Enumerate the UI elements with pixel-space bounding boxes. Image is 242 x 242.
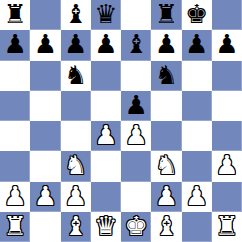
piece-black-rook: ♜ <box>155 1 178 27</box>
square-b1[interactable] <box>30 212 60 242</box>
square-h2[interactable] <box>212 182 242 212</box>
square-g7[interactable]: ♟ <box>182 30 212 60</box>
square-e2[interactable] <box>121 182 151 212</box>
square-b6[interactable] <box>30 61 60 91</box>
chess-board: ♜♝♛♜♚♟♟♟♟♝♟♟♟♞♞♟♟♟♞♞♟♟♟♟♟♟♜♝♛♚♝♜ <box>0 0 242 242</box>
square-c6[interactable]: ♞ <box>61 61 91 91</box>
square-e7[interactable]: ♝ <box>121 30 151 60</box>
square-h4[interactable] <box>212 121 242 151</box>
square-h5[interactable] <box>212 91 242 121</box>
square-d6[interactable] <box>91 61 121 91</box>
square-a2[interactable]: ♟ <box>0 182 30 212</box>
piece-white-pawn: ♟ <box>155 183 178 209</box>
piece-black-king: ♚ <box>185 1 208 27</box>
piece-black-pawn: ♟ <box>34 31 57 57</box>
piece-black-queen: ♛ <box>94 1 117 27</box>
piece-white-pawn: ♟ <box>34 183 57 209</box>
square-c2[interactable]: ♟ <box>61 182 91 212</box>
square-a6[interactable] <box>0 61 30 91</box>
square-a5[interactable] <box>0 91 30 121</box>
square-h7[interactable]: ♟ <box>212 30 242 60</box>
piece-black-pawn: ♟ <box>3 31 26 57</box>
square-b7[interactable]: ♟ <box>30 30 60 60</box>
piece-black-bishop: ♝ <box>124 31 147 57</box>
square-b8[interactable] <box>30 0 60 30</box>
square-c8[interactable]: ♝ <box>61 0 91 30</box>
square-b3[interactable] <box>30 151 60 181</box>
piece-white-pawn: ♟ <box>185 183 208 209</box>
square-g1[interactable] <box>182 212 212 242</box>
piece-white-pawn: ♟ <box>124 122 147 148</box>
square-f1[interactable]: ♝ <box>151 212 181 242</box>
square-a7[interactable]: ♟ <box>0 30 30 60</box>
piece-black-pawn: ♟ <box>155 31 178 57</box>
square-d5[interactable] <box>91 91 121 121</box>
piece-white-queen: ♛ <box>94 213 117 239</box>
square-b4[interactable] <box>30 121 60 151</box>
square-f6[interactable]: ♞ <box>151 61 181 91</box>
square-b2[interactable]: ♟ <box>30 182 60 212</box>
square-f8[interactable]: ♜ <box>151 0 181 30</box>
square-g3[interactable] <box>182 151 212 181</box>
square-a1[interactable]: ♜ <box>0 212 30 242</box>
square-e6[interactable] <box>121 61 151 91</box>
square-f2[interactable]: ♟ <box>151 182 181 212</box>
piece-black-bishop: ♝ <box>64 1 87 27</box>
square-h6[interactable] <box>212 61 242 91</box>
square-a8[interactable]: ♜ <box>0 0 30 30</box>
square-f7[interactable]: ♟ <box>151 30 181 60</box>
piece-white-knight: ♞ <box>155 152 178 178</box>
square-f5[interactable] <box>151 91 181 121</box>
square-g5[interactable] <box>182 91 212 121</box>
square-e3[interactable] <box>121 151 151 181</box>
piece-black-knight: ♞ <box>64 62 87 88</box>
square-g2[interactable]: ♟ <box>182 182 212 212</box>
square-f4[interactable] <box>151 121 181 151</box>
square-a4[interactable] <box>0 121 30 151</box>
square-f3[interactable]: ♞ <box>151 151 181 181</box>
piece-white-rook: ♜ <box>3 213 26 239</box>
piece-white-pawn: ♟ <box>215 152 238 178</box>
square-d2[interactable] <box>91 182 121 212</box>
square-e5[interactable]: ♟ <box>121 91 151 121</box>
square-g8[interactable]: ♚ <box>182 0 212 30</box>
piece-white-pawn: ♟ <box>94 122 117 148</box>
square-c7[interactable]: ♟ <box>61 30 91 60</box>
square-c5[interactable] <box>61 91 91 121</box>
square-h3[interactable]: ♟ <box>212 151 242 181</box>
piece-black-pawn: ♟ <box>64 31 87 57</box>
piece-white-pawn: ♟ <box>3 183 26 209</box>
square-e1[interactable]: ♚ <box>121 212 151 242</box>
piece-white-rook: ♜ <box>215 213 238 239</box>
square-d7[interactable]: ♟ <box>91 30 121 60</box>
piece-black-pawn: ♟ <box>215 31 238 57</box>
square-d1[interactable]: ♛ <box>91 212 121 242</box>
piece-white-king: ♚ <box>124 213 147 239</box>
square-g4[interactable] <box>182 121 212 151</box>
square-d8[interactable]: ♛ <box>91 0 121 30</box>
piece-black-knight: ♞ <box>155 62 178 88</box>
square-b5[interactable] <box>30 91 60 121</box>
square-h1[interactable]: ♜ <box>212 212 242 242</box>
square-g6[interactable] <box>182 61 212 91</box>
piece-black-pawn: ♟ <box>185 31 208 57</box>
piece-black-pawn: ♟ <box>94 31 117 57</box>
square-d3[interactable] <box>91 151 121 181</box>
square-e4[interactable]: ♟ <box>121 121 151 151</box>
square-c3[interactable]: ♞ <box>61 151 91 181</box>
square-c1[interactable]: ♝ <box>61 212 91 242</box>
piece-black-rook: ♜ <box>3 1 26 27</box>
square-a3[interactable] <box>0 151 30 181</box>
piece-white-bishop: ♝ <box>64 213 87 239</box>
piece-white-knight: ♞ <box>64 152 87 178</box>
piece-black-pawn: ♟ <box>124 92 147 118</box>
square-h8[interactable] <box>212 0 242 30</box>
piece-white-pawn: ♟ <box>64 183 87 209</box>
piece-white-bishop: ♝ <box>155 213 178 239</box>
square-d4[interactable]: ♟ <box>91 121 121 151</box>
square-e8[interactable] <box>121 0 151 30</box>
square-c4[interactable] <box>61 121 91 151</box>
